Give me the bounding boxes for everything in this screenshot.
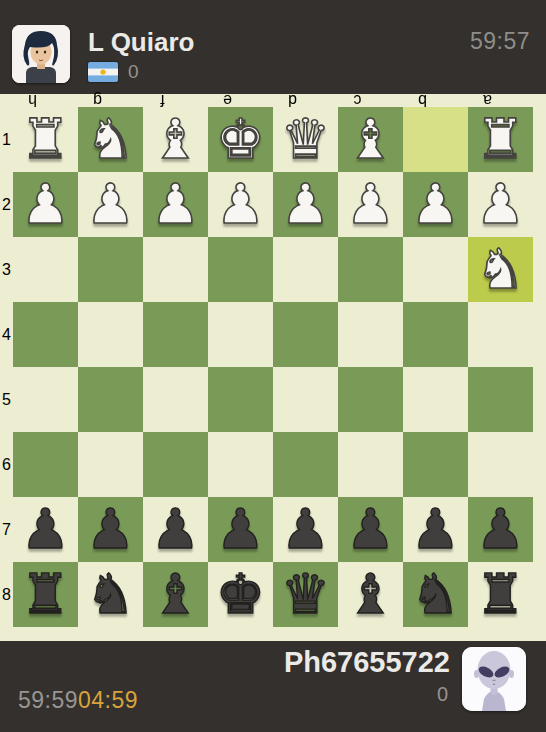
- square-f8[interactable]: ♝: [143, 562, 208, 627]
- square-c5[interactable]: [338, 367, 403, 432]
- square-h7[interactable]: ♟: [13, 497, 78, 562]
- square-e7[interactable]: ♟: [208, 497, 273, 562]
- top-player-avatar[interactable]: [12, 25, 70, 83]
- square-a2[interactable]: ♟: [468, 172, 533, 237]
- piece-white-P: ♟: [346, 172, 395, 237]
- piece-black-P: ♟: [281, 497, 330, 562]
- square-c2[interactable]: ♟: [338, 172, 403, 237]
- square-c1[interactable]: ♝: [338, 107, 403, 172]
- piece-white-R: ♜: [476, 107, 525, 172]
- piece-black-P: ♟: [216, 497, 265, 562]
- piece-black-P: ♟: [151, 497, 200, 562]
- rank-label-left-8: 8: [0, 562, 13, 627]
- piece-white-B: ♝: [346, 107, 395, 172]
- file-label-top-e: e: [195, 94, 260, 107]
- square-a8[interactable]: ♜: [468, 562, 533, 627]
- square-b5[interactable]: [403, 367, 468, 432]
- piece-black-R: ♜: [21, 562, 70, 627]
- bottom-player-score: 0: [437, 683, 448, 706]
- alien-avatar-icon: [462, 647, 526, 711]
- square-f5[interactable]: [143, 367, 208, 432]
- square-d8[interactable]: ♛: [273, 562, 338, 627]
- piece-black-P: ♟: [476, 497, 525, 562]
- square-d4[interactable]: [273, 302, 338, 367]
- square-f1[interactable]: ♝: [143, 107, 208, 172]
- bottom-player-name: Ph67655722: [284, 646, 450, 679]
- piece-black-N: ♞: [86, 562, 135, 627]
- square-b2[interactable]: ♟: [403, 172, 468, 237]
- square-g5[interactable]: [78, 367, 143, 432]
- top-player-clock: 59:57: [470, 28, 530, 55]
- piece-white-P: ♟: [86, 172, 135, 237]
- square-g6[interactable]: [78, 432, 143, 497]
- piece-black-K: ♚: [216, 562, 265, 627]
- square-h1[interactable]: ♜: [13, 107, 78, 172]
- bottom-player-card[interactable]: Ph67655722 0 59:59 04:59: [0, 641, 546, 732]
- chess-board: ♜♞♝♚♛♝♜♟♟♟♟♟♟♟♟♞♟♟♟♟♟♟♟♟♜♞♝♚♛♝♞♜: [13, 107, 533, 627]
- square-a6[interactable]: [468, 432, 533, 497]
- piece-white-R: ♜: [21, 107, 70, 172]
- square-g3[interactable]: [78, 237, 143, 302]
- square-e8[interactable]: ♚: [208, 562, 273, 627]
- rank-label-left-7: 7: [0, 497, 13, 562]
- square-e6[interactable]: [208, 432, 273, 497]
- file-label-top-d: d: [260, 94, 325, 107]
- file-label-top-a: a: [455, 94, 520, 107]
- piece-white-B: ♝: [151, 107, 200, 172]
- square-a4[interactable]: [468, 302, 533, 367]
- file-label-top-g: g: [65, 94, 130, 107]
- bottom-player-clock: 59:59: [18, 687, 78, 714]
- piece-white-N: ♞: [476, 237, 525, 302]
- square-c6[interactable]: [338, 432, 403, 497]
- file-label-top-f: f: [130, 94, 195, 107]
- chess-app-screen: L Quiaro 0 59:57 hgfedcba 12345678 12345…: [0, 0, 546, 732]
- square-b1[interactable]: [403, 107, 468, 172]
- square-h8[interactable]: ♜: [13, 562, 78, 627]
- square-d6[interactable]: [273, 432, 338, 497]
- square-c8[interactable]: ♝: [338, 562, 403, 627]
- square-g4[interactable]: [78, 302, 143, 367]
- square-e4[interactable]: [208, 302, 273, 367]
- square-f2[interactable]: ♟: [143, 172, 208, 237]
- square-d2[interactable]: ♟: [273, 172, 338, 237]
- square-h4[interactable]: [13, 302, 78, 367]
- piece-white-P: ♟: [411, 172, 460, 237]
- square-c4[interactable]: [338, 302, 403, 367]
- square-c3[interactable]: [338, 237, 403, 302]
- square-d3[interactable]: [273, 237, 338, 302]
- square-e3[interactable]: [208, 237, 273, 302]
- square-h3[interactable]: [13, 237, 78, 302]
- file-labels-top: hgfedcba: [0, 94, 520, 107]
- square-e2[interactable]: ♟: [208, 172, 273, 237]
- square-g1[interactable]: ♞: [78, 107, 143, 172]
- square-a3[interactable]: ♞: [468, 237, 533, 302]
- square-a5[interactable]: [468, 367, 533, 432]
- file-label-top-c: c: [325, 94, 390, 107]
- square-a7[interactable]: ♟: [468, 497, 533, 562]
- rank-label-left-6: 6: [0, 432, 13, 497]
- top-player-score: 0: [128, 61, 139, 83]
- rank-labels-left: 12345678: [0, 107, 13, 627]
- top-player-card[interactable]: L Quiaro 0 59:57: [0, 0, 546, 94]
- bottom-player-aux-clock: 04:59: [78, 687, 138, 714]
- square-h5[interactable]: [13, 367, 78, 432]
- piece-white-P: ♟: [281, 172, 330, 237]
- piece-black-P: ♟: [346, 497, 395, 562]
- square-f7[interactable]: ♟: [143, 497, 208, 562]
- rank-label-left-5: 5: [0, 367, 13, 432]
- piece-black-Q: ♛: [281, 562, 330, 627]
- piece-black-B: ♝: [151, 562, 200, 627]
- piece-white-P: ♟: [216, 172, 265, 237]
- piece-white-P: ♟: [151, 172, 200, 237]
- rank-label-left-4: 4: [0, 302, 13, 367]
- piece-black-B: ♝: [346, 562, 395, 627]
- square-h6[interactable]: [13, 432, 78, 497]
- square-e5[interactable]: [208, 367, 273, 432]
- square-d7[interactable]: ♟: [273, 497, 338, 562]
- piece-white-P: ♟: [21, 172, 70, 237]
- square-g2[interactable]: ♟: [78, 172, 143, 237]
- square-h2[interactable]: ♟: [13, 172, 78, 237]
- piece-white-K: ♚: [216, 107, 265, 172]
- cartoon-man-avatar-icon: [12, 25, 70, 83]
- square-b8[interactable]: ♞: [403, 562, 468, 627]
- square-b4[interactable]: [403, 302, 468, 367]
- square-f6[interactable]: [143, 432, 208, 497]
- square-g8[interactable]: ♞: [78, 562, 143, 627]
- square-d1[interactable]: ♛: [273, 107, 338, 172]
- square-b6[interactable]: [403, 432, 468, 497]
- piece-black-P: ♟: [411, 497, 460, 562]
- square-b7[interactable]: ♟: [403, 497, 468, 562]
- piece-black-R: ♜: [476, 562, 525, 627]
- piece-white-N: ♞: [86, 107, 135, 172]
- argentina-flag-icon: [88, 62, 118, 82]
- piece-black-P: ♟: [21, 497, 70, 562]
- rank-label-left-3: 3: [0, 237, 13, 302]
- square-e1[interactable]: ♚: [208, 107, 273, 172]
- piece-black-N: ♞: [411, 562, 460, 627]
- square-b3[interactable]: [403, 237, 468, 302]
- file-label-top-h: h: [0, 94, 65, 107]
- square-d5[interactable]: [273, 367, 338, 432]
- piece-black-P: ♟: [86, 497, 135, 562]
- rank-label-left-2: 2: [0, 172, 13, 237]
- top-player-name: L Quiaro: [88, 27, 194, 58]
- chess-board-frame: hgfedcba 12345678 12345678 hgfedcba ♜♞♝♚…: [0, 94, 546, 641]
- rank-label-left-1: 1: [0, 107, 13, 172]
- square-c7[interactable]: ♟: [338, 497, 403, 562]
- square-g7[interactable]: ♟: [78, 497, 143, 562]
- square-f4[interactable]: [143, 302, 208, 367]
- piece-white-P: ♟: [476, 172, 525, 237]
- bottom-player-avatar[interactable]: [462, 647, 526, 711]
- file-label-top-b: b: [390, 94, 455, 107]
- square-f3[interactable]: [143, 237, 208, 302]
- piece-white-Q: ♛: [281, 107, 330, 172]
- square-a1[interactable]: ♜: [468, 107, 533, 172]
